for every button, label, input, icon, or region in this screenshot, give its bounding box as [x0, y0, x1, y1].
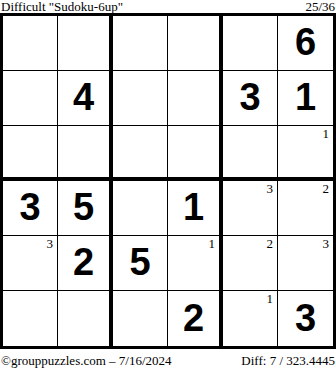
cell-r1c3[interactable]: [113, 16, 168, 71]
cell-r1c1[interactable]: [3, 16, 58, 71]
cell-r5c5[interactable]: 2: [223, 236, 278, 291]
pencil-mark: 1: [267, 292, 274, 305]
pencil-mark: 3: [267, 182, 274, 195]
cell-r5c6[interactable]: 3: [278, 236, 333, 291]
cell-r3c5[interactable]: [223, 126, 278, 181]
cell-r4c3[interactable]: [113, 181, 168, 236]
difficulty-text: Diff: 7 / 323.4445: [241, 353, 335, 369]
pencil-mark: 2: [323, 182, 330, 195]
cell-r3c1[interactable]: [3, 126, 58, 181]
pencil-mark: 2: [267, 237, 274, 250]
cell-value: 5: [129, 243, 150, 281]
cell-r6c1[interactable]: [3, 291, 58, 346]
cell-r6c4[interactable]: 2: [168, 291, 223, 346]
cell-r6c6[interactable]: 3: [278, 291, 333, 346]
cell-value: 6: [295, 23, 316, 61]
pencil-mark: 3: [47, 237, 54, 250]
cell-r2c5[interactable]: 3: [223, 71, 278, 126]
cell-r1c5[interactable]: [223, 16, 278, 71]
cell-r2c6[interactable]: 1: [278, 71, 333, 126]
cell-r4c1[interactable]: 3: [3, 181, 58, 236]
cell-r4c6[interactable]: 2: [278, 181, 333, 236]
cell-value: 5: [73, 188, 94, 226]
cell-r3c6[interactable]: 1: [278, 126, 333, 181]
cell-r2c4[interactable]: [168, 71, 223, 126]
cell-value: 3: [19, 188, 40, 226]
cell-value: 1: [295, 78, 316, 116]
cell-r2c2[interactable]: 4: [58, 71, 113, 126]
pencil-mark: 1: [323, 127, 330, 140]
puzzle-counter: 25/36: [305, 0, 335, 13]
cell-r4c5[interactable]: 3: [223, 181, 278, 236]
cell-r3c2[interactable]: [58, 126, 113, 181]
cell-r5c3[interactable]: 5: [113, 236, 168, 291]
cell-r2c1[interactable]: [3, 71, 58, 126]
cell-r1c4[interactable]: [168, 16, 223, 71]
cell-r5c4[interactable]: 1: [168, 236, 223, 291]
pencil-mark: 3: [323, 237, 330, 250]
cell-value: 1: [183, 188, 204, 226]
sudoku-grid: 6431135132325123213: [0, 13, 336, 349]
cell-value: 3: [239, 78, 260, 116]
cell-r3c3[interactable]: [113, 126, 168, 181]
header: Difficult "Sudoku-6up" 25/36: [0, 0, 336, 13]
cell-r4c2[interactable]: 5: [58, 181, 113, 236]
pencil-mark: 1: [209, 237, 216, 250]
cell-value: 3: [295, 299, 316, 337]
cell-r6c3[interactable]: [113, 291, 168, 346]
footer: ©grouppuzzles.com – 7/16/2024 Diff: 7 / …: [0, 349, 336, 370]
cell-r3c4[interactable]: [168, 126, 223, 181]
cell-r5c2[interactable]: 2: [58, 236, 113, 291]
cell-r1c2[interactable]: [58, 16, 113, 71]
puzzle-title: Difficult "Sudoku-6up": [1, 0, 123, 13]
cell-r4c4[interactable]: 1: [168, 181, 223, 236]
cell-r1c6[interactable]: 6: [278, 16, 333, 71]
page-root: { "game": "sudoku-6x6", "header": { "tit…: [0, 0, 336, 370]
cell-r2c3[interactable]: [113, 71, 168, 126]
cell-r5c1[interactable]: 3: [3, 236, 58, 291]
cell-value: 4: [73, 78, 94, 116]
cell-r6c2[interactable]: [58, 291, 113, 346]
cell-value: 2: [183, 299, 204, 337]
cell-value: 2: [73, 243, 94, 281]
copyright-text: ©grouppuzzles.com – 7/16/2024: [1, 353, 172, 369]
cell-r6c5[interactable]: 1: [223, 291, 278, 346]
